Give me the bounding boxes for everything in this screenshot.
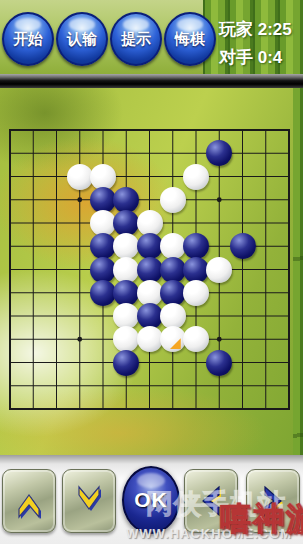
- down-arrow-icon: [69, 481, 109, 521]
- white-stone: [183, 280, 209, 306]
- black-stone: [113, 280, 139, 306]
- white-stone: [137, 210, 163, 236]
- resign-button[interactable]: 认输: [56, 12, 108, 66]
- up-arrow-icon: [9, 481, 49, 521]
- move-up-button[interactable]: [2, 469, 56, 533]
- top-separator: [0, 74, 303, 88]
- white-stone: [206, 257, 232, 283]
- black-stone: [113, 350, 139, 376]
- player-timer-label: 玩家: [219, 20, 253, 39]
- undo-button-label: 悔棋: [175, 30, 205, 49]
- black-stone: [90, 257, 116, 283]
- white-stone: [67, 164, 93, 190]
- start-button[interactable]: 开始: [2, 12, 54, 66]
- white-stone: [137, 280, 163, 306]
- resign-button-label: 认输: [67, 30, 97, 49]
- star-point: [77, 197, 82, 202]
- black-stone: [90, 187, 116, 213]
- star-point: [217, 197, 222, 202]
- white-stone: [183, 164, 209, 190]
- white-stone: [90, 210, 116, 236]
- white-stone: [137, 326, 163, 352]
- player-timer: 玩家 2:25: [219, 16, 292, 44]
- game-screen: 开始 认输 提示 悔棋 玩家 2:25 对手 0:4 O: [0, 0, 303, 544]
- black-stone: [113, 187, 139, 213]
- star-point: [217, 337, 222, 342]
- hint-button[interactable]: 提示: [110, 12, 162, 66]
- white-stone: [160, 303, 186, 329]
- start-button-label: 开始: [13, 30, 43, 49]
- black-stone: [137, 233, 163, 259]
- white-stone: [160, 233, 186, 259]
- undo-button[interactable]: 悔棋: [164, 12, 216, 66]
- black-stone: [137, 303, 163, 329]
- black-stone: [90, 280, 116, 306]
- black-stone: [206, 350, 232, 376]
- opponent-timer-value: 0:4: [258, 48, 283, 67]
- star-point: [77, 337, 82, 342]
- opponent-timer-label: 对手: [219, 48, 253, 67]
- player-timer-value: 2:25: [258, 20, 292, 39]
- timers: 玩家 2:25 对手 0:4: [219, 16, 292, 72]
- white-stone: [90, 164, 116, 190]
- white-stone: [160, 187, 186, 213]
- black-stone: [230, 233, 256, 259]
- move-down-button[interactable]: [62, 469, 116, 533]
- black-stone: [183, 257, 209, 283]
- black-stone: [160, 257, 186, 283]
- hint-button-label: 提示: [121, 30, 151, 49]
- black-stone: [137, 257, 163, 283]
- opponent-timer: 对手 0:4: [219, 44, 292, 72]
- white-stone: [113, 257, 139, 283]
- black-stone: [160, 280, 186, 306]
- watermark-site-red: 嘻神游: [220, 498, 303, 540]
